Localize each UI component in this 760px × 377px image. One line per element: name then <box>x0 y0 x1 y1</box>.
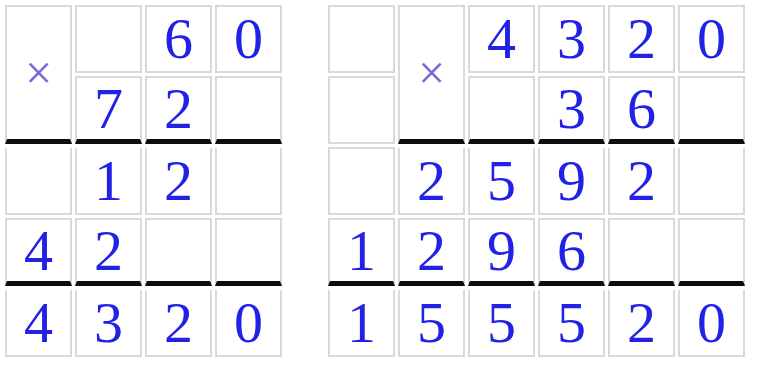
left-cell-r1c4: 0 <box>215 5 282 73</box>
left-cell-r3c3: 2 <box>145 147 212 215</box>
left-cell-r3c1 <box>5 147 72 215</box>
right-cell-r5c1: 1 <box>328 289 395 357</box>
right-cell-r5c6: 0 <box>678 289 745 357</box>
left-cell-r5c1: 4 <box>5 289 72 357</box>
right-cell-r5c3: 5 <box>468 289 535 357</box>
worksheet: ×607212424320 ×43203625921296155520 <box>0 0 760 377</box>
right-cell-r2c5: 6 <box>608 76 675 144</box>
right-cell-r3c2: 2 <box>398 147 465 215</box>
right-cell-r3c4: 9 <box>538 147 605 215</box>
left-multiply-sign-icon: × <box>5 5 72 144</box>
left-cell-r2c3: 2 <box>145 76 212 144</box>
right-cell-r5c4: 5 <box>538 289 605 357</box>
left-cell-r5c4: 0 <box>215 289 282 357</box>
right-cell-r3c6 <box>678 147 745 215</box>
right-cell-r5c5: 2 <box>608 289 675 357</box>
left-cell-r2c2: 7 <box>75 76 142 144</box>
right-cell-r2c6 <box>678 76 745 144</box>
left-cell-r3c4 <box>215 147 282 215</box>
right-multiply-sign-icon: × <box>398 5 465 144</box>
left-cell-r5c3: 2 <box>145 289 212 357</box>
left-cell-r2c4 <box>215 76 282 144</box>
right-cell-r4c3: 9 <box>468 218 535 286</box>
left-cell-r1c3: 6 <box>145 5 212 73</box>
right-cell-r3c1 <box>328 147 395 215</box>
left-cell-r5c2: 3 <box>75 289 142 357</box>
right-cell-r2c4: 3 <box>538 76 605 144</box>
right-cell-r3c5: 2 <box>608 147 675 215</box>
right-cell-r1c4: 3 <box>538 5 605 73</box>
left-cell-r4c2: 2 <box>75 218 142 286</box>
right-cell-r1c3: 4 <box>468 5 535 73</box>
right-cell-r4c5 <box>608 218 675 286</box>
left-cell-r3c2: 1 <box>75 147 142 215</box>
right-cell-r4c1: 1 <box>328 218 395 286</box>
left-cell-r1c2 <box>75 5 142 73</box>
right-cell-r1c6: 0 <box>678 5 745 73</box>
right-cell-r4c4: 6 <box>538 218 605 286</box>
multiplication-grid-left: ×607212424320 <box>5 5 282 357</box>
right-cell-r4c2: 2 <box>398 218 465 286</box>
left-cell-r4c3 <box>145 218 212 286</box>
right-cell-r4c6 <box>678 218 745 286</box>
right-cell-r2c3 <box>468 76 535 144</box>
right-cell-r2c1 <box>328 76 395 144</box>
right-cell-r1c5: 2 <box>608 5 675 73</box>
left-cell-r4c4 <box>215 218 282 286</box>
right-cell-r5c2: 5 <box>398 289 465 357</box>
right-cell-r1c1 <box>328 5 395 73</box>
multiplication-grid-right: ×43203625921296155520 <box>328 5 745 357</box>
left-cell-r4c1: 4 <box>5 218 72 286</box>
right-cell-r3c3: 5 <box>468 147 535 215</box>
